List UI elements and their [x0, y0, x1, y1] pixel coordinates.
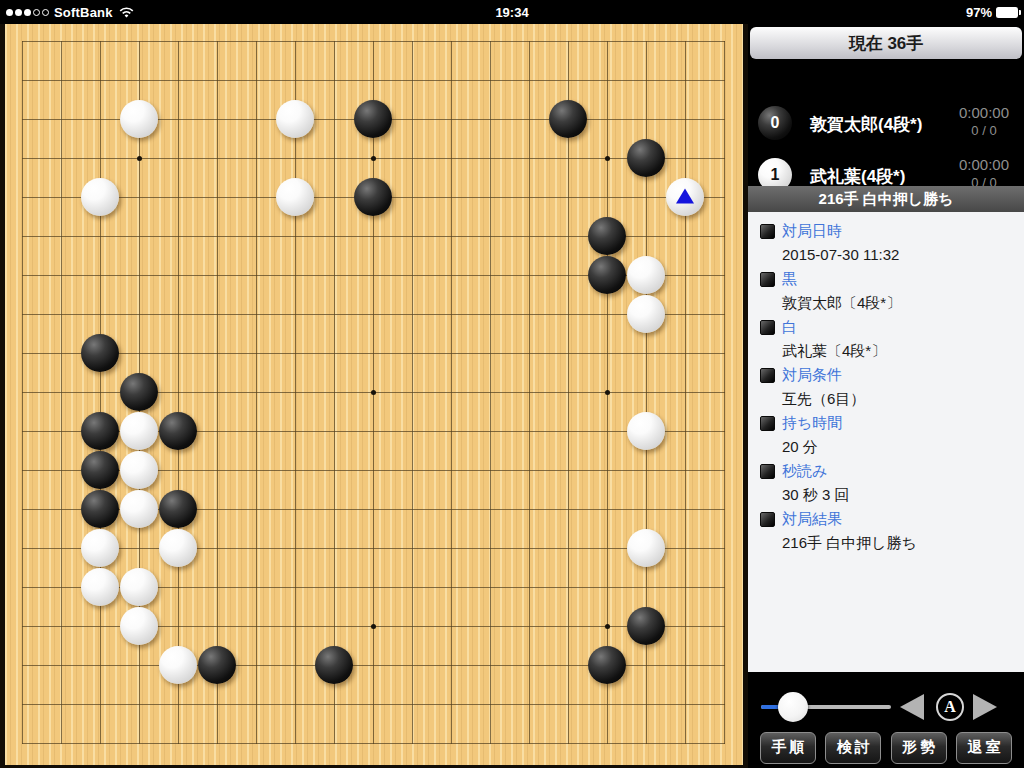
list-bullet-icon	[760, 512, 775, 527]
stone-white-E6	[159, 529, 197, 567]
stone-black-D10	[120, 373, 158, 411]
info-row: 秒読み	[760, 459, 1014, 483]
list-bullet-icon	[760, 416, 775, 431]
info-row: 対局日時	[760, 219, 1014, 243]
app-screen: SoftBank 19:34 97% 現在 36手 0 敦賀太郎(4段*) 0:…	[0, 0, 1024, 768]
stone-white-E3	[159, 646, 197, 684]
player-name-white: 武礼葉(4段*)	[810, 165, 905, 188]
info-label: 対局条件	[782, 366, 842, 385]
stone-white-D4	[120, 607, 158, 645]
star-point	[605, 390, 610, 395]
clock-time: 0:00:00	[952, 103, 1016, 123]
stone-black-K15	[354, 178, 392, 216]
stone-white-C6	[81, 529, 119, 567]
stone-white-D5	[120, 568, 158, 606]
info-value: 30 秒 3 回	[760, 483, 1014, 507]
stone-black-Q3	[588, 646, 626, 684]
stone-white-C15	[81, 178, 119, 216]
clock-time: 0:00:00	[952, 155, 1016, 175]
info-row: 対局条件	[760, 363, 1014, 387]
info-value: 武礼葉〔4段*〕	[760, 339, 1014, 363]
info-label: 秒読み	[782, 462, 827, 481]
evaluation-button[interactable]: 形勢	[891, 732, 947, 764]
stone-white-D8	[120, 451, 158, 489]
byoyomi-count: 0 / 0	[952, 123, 1016, 139]
stone-white-R13	[627, 256, 665, 294]
player-time-black: 0:00:00 0 / 0	[952, 103, 1016, 139]
stone-white-D17	[120, 100, 158, 138]
stone-white-R12	[627, 295, 665, 333]
star-point	[137, 156, 142, 161]
info-row: 対局結果	[760, 507, 1014, 531]
stone-black-C9	[81, 412, 119, 450]
stone-white-R9	[627, 412, 665, 450]
stone-white-H15	[276, 178, 314, 216]
move-slider[interactable]	[761, 702, 891, 712]
info-label: 対局結果	[782, 510, 842, 529]
current-move-header: 現在 36手	[750, 27, 1022, 59]
panel-button-row: 手順 検討 形勢 退室	[748, 727, 1024, 768]
side-panel: 現在 36手 0 敦賀太郎(4段*) 0:00:00 0 / 0 1 武礼葉(4…	[748, 24, 1024, 768]
list-bullet-icon	[760, 368, 775, 383]
stone-white-D7	[120, 490, 158, 528]
stone-white-D9	[120, 412, 158, 450]
prev-move-button[interactable]	[900, 694, 924, 720]
game-result-bar: 216手 白中押し勝ち	[748, 186, 1024, 212]
info-value: 216手 白中押し勝ち	[760, 531, 1014, 555]
list-bullet-icon	[760, 272, 775, 287]
stone-white-H17	[276, 100, 314, 138]
stone-black-Q14	[588, 217, 626, 255]
star-point	[371, 156, 376, 161]
next-move-button[interactable]	[973, 694, 997, 720]
star-point	[605, 624, 610, 629]
battery-percent-label: 97%	[966, 5, 992, 20]
last-move-marker	[676, 189, 694, 204]
star-point	[605, 156, 610, 161]
status-bar: SoftBank 19:34 97%	[0, 0, 1024, 24]
move-list-button[interactable]: 手順	[760, 732, 816, 764]
go-board[interactable]	[5, 24, 743, 765]
stone-black-F3	[198, 646, 236, 684]
info-row: 白	[760, 315, 1014, 339]
status-right: 97%	[966, 0, 1018, 24]
clock-label: 19:34	[0, 0, 1024, 24]
star-point	[371, 390, 376, 395]
game-info-list: 対局日時2015-07-30 11:32黒敦賀太郎〔4段*〕白武礼葉〔4段*〕対…	[748, 212, 1024, 672]
leave-room-button[interactable]: 退室	[956, 732, 1012, 764]
info-label: 黒	[782, 270, 797, 289]
stone-black-K17	[354, 100, 392, 138]
player-row-black: 0 敦賀太郎(4段*) 0:00:00 0 / 0	[748, 98, 1024, 148]
info-label: 白	[782, 318, 797, 337]
star-point	[371, 624, 376, 629]
info-value: 2015-07-30 11:32	[760, 243, 1014, 267]
info-value: 互先（6目）	[760, 387, 1014, 411]
stone-white-S15	[666, 178, 704, 216]
auto-play-button[interactable]: A	[936, 693, 964, 721]
player-name-black: 敦賀太郎(4段*)	[810, 113, 922, 136]
stone-black-P17	[549, 100, 587, 138]
info-label: 持ち時間	[782, 414, 842, 433]
stone-black-C8	[81, 451, 119, 489]
review-button[interactable]: 検討	[825, 732, 881, 764]
stone-black-Q13	[588, 256, 626, 294]
board-area	[0, 24, 748, 768]
stone-black-E9	[159, 412, 197, 450]
stone-black-R16	[627, 139, 665, 177]
list-bullet-icon	[760, 464, 775, 479]
slider-thumb[interactable]	[778, 692, 808, 722]
stone-white-R6	[627, 529, 665, 567]
black-capture-badge: 0	[758, 106, 792, 140]
list-bullet-icon	[760, 224, 775, 239]
stone-black-C11	[81, 334, 119, 372]
stone-white-C5	[81, 568, 119, 606]
stone-black-R4	[627, 607, 665, 645]
info-value: 20 分	[760, 435, 1014, 459]
info-value: 敦賀太郎〔4段*〕	[760, 291, 1014, 315]
stone-black-J3	[315, 646, 353, 684]
list-bullet-icon	[760, 320, 775, 335]
stone-black-C7	[81, 490, 119, 528]
playback-controls: A 手順 検討 形勢 退室	[748, 672, 1024, 768]
stone-black-E7	[159, 490, 197, 528]
battery-icon	[996, 7, 1018, 18]
info-row: 持ち時間	[760, 411, 1014, 435]
info-label: 対局日時	[782, 222, 842, 241]
info-row: 黒	[760, 267, 1014, 291]
